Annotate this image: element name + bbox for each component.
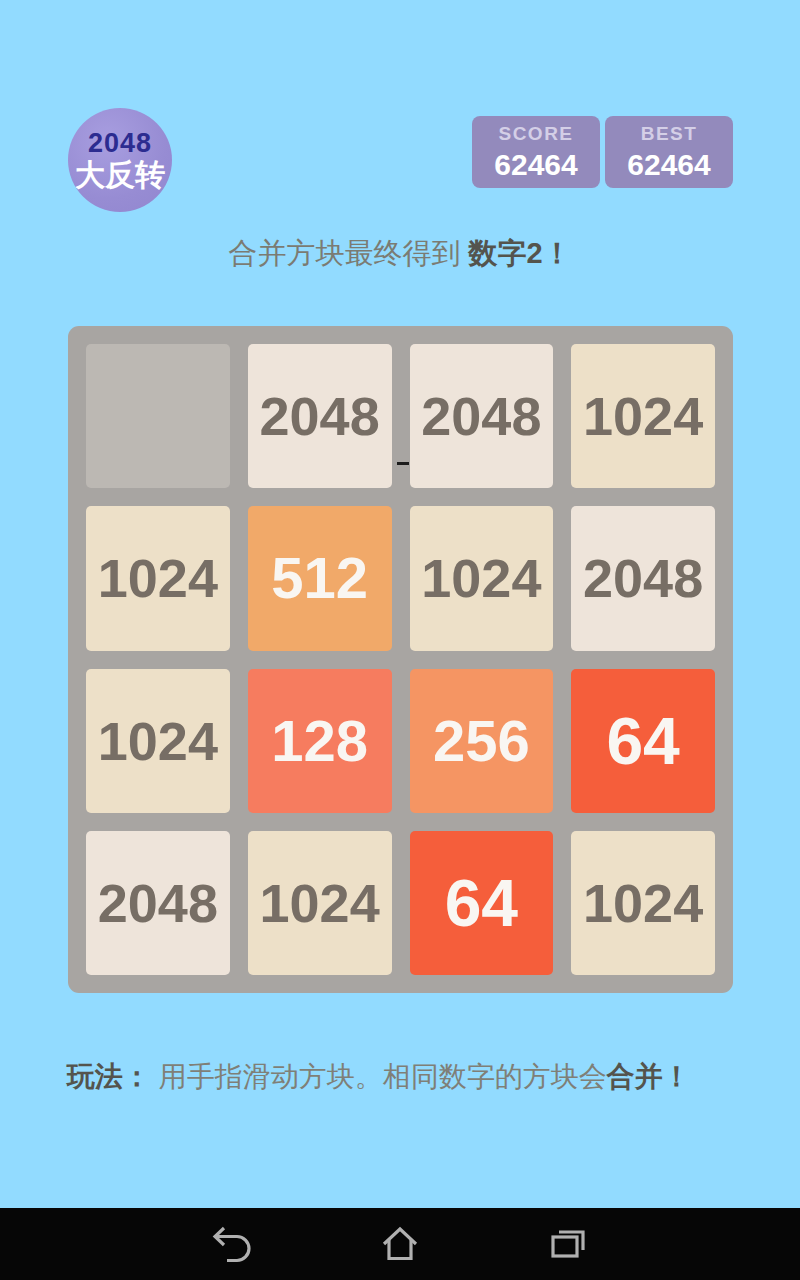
tile-1024: 1024 [410,506,554,650]
empty-cell [86,344,230,488]
logo-subtitle-text: 大反转 [75,159,165,191]
tile-128: 128 [248,669,392,813]
home-button[interactable] [378,1224,422,1264]
tile-64: 64 [410,831,554,975]
tile-2048: 2048 [410,344,554,488]
goal-text-prefix: 合并方块最终得到 [228,237,468,269]
tile-2048: 2048 [571,506,715,650]
tile-2048: 2048 [248,344,392,488]
tile-512: 512 [248,506,392,650]
best-box: BEST 62464 [605,116,733,188]
game-board[interactable]: 2048204810241024512102420481024128256642… [68,326,733,993]
tile-1024: 1024 [86,669,230,813]
back-button[interactable] [210,1224,254,1264]
goal-text: 合并方块最终得到 数字2！ [0,234,800,274]
tile-1024: 1024 [86,506,230,650]
stray-dash-artifact [397,462,409,465]
best-value: 62464 [627,148,710,182]
tile-2048: 2048 [86,831,230,975]
back-icon [210,1224,254,1264]
score-value: 62464 [494,148,577,182]
tile-1024: 1024 [248,831,392,975]
best-label: BEST [641,123,698,145]
tile-1024: 1024 [571,344,715,488]
score-box: SCORE 62464 [472,116,600,188]
tile-1024: 1024 [571,831,715,975]
recents-icon [546,1224,590,1264]
app-logo: 2048 大反转 [68,108,172,212]
tile-256: 256 [410,669,554,813]
howto-bold-lead: 玩法： [67,1061,151,1092]
howto-bold-tail: 合并！ [607,1061,691,1092]
recents-button[interactable] [546,1224,590,1264]
tile-64: 64 [571,669,715,813]
score-label: SCORE [498,123,573,145]
howto-middle: 用手指滑动方块。相同数字的方块会 [151,1061,607,1092]
home-icon [378,1224,422,1264]
goal-text-highlight: 数字2！ [468,237,571,269]
android-navbar [0,1208,800,1280]
logo-2048-text: 2048 [88,129,152,157]
howto-text: 玩法： 用手指滑动方块。相同数字的方块会合并！ [67,1058,767,1096]
